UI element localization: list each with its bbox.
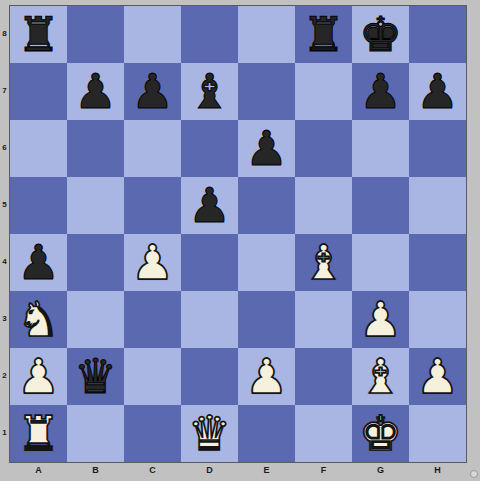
black-pawn-d5[interactable]: ♟ — [181, 177, 238, 234]
square-f5[interactable] — [295, 177, 352, 234]
file-label-g: G — [352, 463, 409, 479]
rank-label-8: 8 — [0, 5, 9, 62]
rank-label-7: 7 — [0, 62, 9, 119]
corner-grip-dot — [470, 470, 478, 478]
square-c4[interactable]: ♟ — [124, 234, 181, 291]
board-frame: ♜♜♚♟♟♝♟♟♟♟♟♟♝♞♟♟♛♟♝♟♜♛♚ — [9, 5, 467, 463]
square-h1[interactable] — [409, 405, 466, 462]
square-g5[interactable] — [352, 177, 409, 234]
square-e1[interactable] — [238, 405, 295, 462]
square-e8[interactable] — [238, 6, 295, 63]
square-g4[interactable] — [352, 234, 409, 291]
square-c2[interactable] — [124, 348, 181, 405]
file-label-a: A — [10, 463, 67, 479]
square-c5[interactable] — [124, 177, 181, 234]
square-g6[interactable] — [352, 120, 409, 177]
black-pawn-a4[interactable]: ♟ — [10, 234, 67, 291]
black-pawn-e6[interactable]: ♟ — [238, 120, 295, 177]
file-coordinate-strip: ABCDEFGH — [10, 463, 466, 481]
square-c6[interactable] — [124, 120, 181, 177]
square-b5[interactable] — [67, 177, 124, 234]
square-a5[interactable] — [10, 177, 67, 234]
file-label-d: D — [181, 463, 238, 479]
rank-label-5: 5 — [0, 176, 9, 233]
white-rook-a1[interactable]: ♜ — [10, 405, 67, 462]
square-d7[interactable]: ♝ — [181, 63, 238, 120]
square-c3[interactable] — [124, 291, 181, 348]
white-knight-a3[interactable]: ♞ — [10, 291, 67, 348]
square-c8[interactable] — [124, 6, 181, 63]
square-b8[interactable] — [67, 6, 124, 63]
square-a4[interactable]: ♟ — [10, 234, 67, 291]
square-b2[interactable]: ♛ — [67, 348, 124, 405]
square-d5[interactable]: ♟ — [181, 177, 238, 234]
square-g8[interactable]: ♚ — [352, 6, 409, 63]
black-bishop-d7[interactable]: ♝ — [181, 63, 238, 120]
white-pawn-h2[interactable]: ♟ — [409, 348, 466, 405]
square-g1[interactable]: ♚ — [352, 405, 409, 462]
square-a6[interactable] — [10, 120, 67, 177]
file-label-e: E — [238, 463, 295, 479]
square-h2[interactable]: ♟ — [409, 348, 466, 405]
square-h6[interactable] — [409, 120, 466, 177]
white-pawn-a2[interactable]: ♟ — [10, 348, 67, 405]
black-rook-a8[interactable]: ♜ — [10, 6, 67, 63]
square-d8[interactable] — [181, 6, 238, 63]
square-b7[interactable]: ♟ — [67, 63, 124, 120]
square-f7[interactable] — [295, 63, 352, 120]
square-g7[interactable]: ♟ — [352, 63, 409, 120]
black-pawn-g7[interactable]: ♟ — [352, 63, 409, 120]
black-pawn-c7[interactable]: ♟ — [124, 63, 181, 120]
square-e5[interactable] — [238, 177, 295, 234]
square-h4[interactable] — [409, 234, 466, 291]
square-e6[interactable]: ♟ — [238, 120, 295, 177]
black-queen-b2[interactable]: ♛ — [67, 348, 124, 405]
square-g3[interactable]: ♟ — [352, 291, 409, 348]
white-bishop-f4[interactable]: ♝ — [295, 234, 352, 291]
file-label-f: F — [295, 463, 352, 479]
rank-label-2: 2 — [0, 347, 9, 404]
square-h7[interactable]: ♟ — [409, 63, 466, 120]
square-a2[interactable]: ♟ — [10, 348, 67, 405]
square-d4[interactable] — [181, 234, 238, 291]
square-d3[interactable] — [181, 291, 238, 348]
white-bishop-g2[interactable]: ♝ — [352, 348, 409, 405]
square-d1[interactable]: ♛ — [181, 405, 238, 462]
square-a1[interactable]: ♜ — [10, 405, 67, 462]
square-a3[interactable]: ♞ — [10, 291, 67, 348]
square-f3[interactable] — [295, 291, 352, 348]
square-d2[interactable] — [181, 348, 238, 405]
square-h8[interactable] — [409, 6, 466, 63]
rank-label-1: 1 — [0, 404, 9, 461]
white-queen-d1[interactable]: ♛ — [181, 405, 238, 462]
square-b3[interactable] — [67, 291, 124, 348]
square-f2[interactable] — [295, 348, 352, 405]
square-e3[interactable] — [238, 291, 295, 348]
rank-label-6: 6 — [0, 119, 9, 176]
square-e4[interactable] — [238, 234, 295, 291]
rank-label-4: 4 — [0, 233, 9, 290]
square-b1[interactable] — [67, 405, 124, 462]
square-b6[interactable] — [67, 120, 124, 177]
rank-label-3: 3 — [0, 290, 9, 347]
square-h5[interactable] — [409, 177, 466, 234]
white-king-g1[interactable]: ♚ — [352, 405, 409, 462]
square-h3[interactable] — [409, 291, 466, 348]
square-e2[interactable]: ♟ — [238, 348, 295, 405]
square-f6[interactable] — [295, 120, 352, 177]
square-f4[interactable]: ♝ — [295, 234, 352, 291]
black-pawn-b7[interactable]: ♟ — [67, 63, 124, 120]
square-g2[interactable]: ♝ — [352, 348, 409, 405]
file-label-b: B — [67, 463, 124, 479]
square-e7[interactable] — [238, 63, 295, 120]
square-f8[interactable]: ♜ — [295, 6, 352, 63]
chess-board: ♜♜♚♟♟♝♟♟♟♟♟♟♝♞♟♟♛♟♝♟♜♛♚ — [10, 6, 466, 462]
file-label-h: H — [409, 463, 466, 479]
white-pawn-c4[interactable]: ♟ — [124, 234, 181, 291]
file-label-c: C — [124, 463, 181, 479]
black-king-g8[interactable]: ♚ — [352, 6, 409, 63]
white-pawn-g3[interactable]: ♟ — [352, 291, 409, 348]
square-a7[interactable] — [10, 63, 67, 120]
black-pawn-h7[interactable]: ♟ — [409, 63, 466, 120]
square-d6[interactable] — [181, 120, 238, 177]
square-f1[interactable] — [295, 405, 352, 462]
black-rook-f8[interactable]: ♜ — [295, 6, 352, 63]
square-c1[interactable] — [124, 405, 181, 462]
white-pawn-e2[interactable]: ♟ — [238, 348, 295, 405]
square-a8[interactable]: ♜ — [10, 6, 67, 63]
rank-coordinate-strip: 87654321 — [0, 5, 9, 463]
chess-app-window: 87654321 ♜♜♚♟♟♝♟♟♟♟♟♟♝♞♟♟♛♟♝♟♜♛♚ ABCDEFG… — [0, 0, 480, 481]
square-b4[interactable] — [67, 234, 124, 291]
square-c7[interactable]: ♟ — [124, 63, 181, 120]
